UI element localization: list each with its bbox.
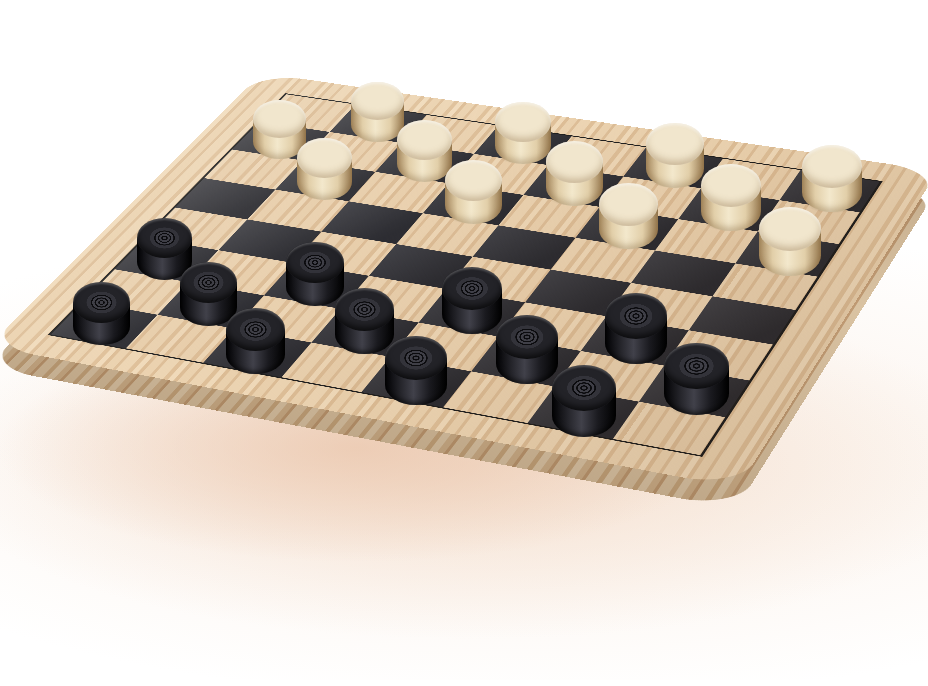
scene: ⛀⛀⛀⛀⛀⛀⛀⛀⛀⛀⛀⛀⛂⛂⛂⛂⛂⛂⛂⛂⛂⛂⛂⛂	[0, 0, 928, 686]
piece-light-r1c8[interactable]: ⛀	[802, 145, 862, 213]
piece-black-r7c8[interactable]: ⛂	[664, 343, 729, 416]
light-man-top-icon	[397, 120, 452, 160]
light-man-top-icon	[495, 102, 551, 142]
black-man-top-icon	[605, 293, 668, 338]
piece-light-r2c7[interactable]: ⛀	[701, 164, 761, 231]
black-man-top-icon	[552, 365, 616, 411]
black-man-top-icon	[180, 262, 237, 303]
black-man-top-icon	[385, 336, 447, 380]
black-man-top-icon	[73, 282, 129, 323]
light-man-top-icon	[297, 138, 352, 177]
piece-light-r3c8[interactable]: ⛀	[759, 207, 821, 276]
light-man-top-icon	[802, 145, 862, 188]
light-man-top-icon	[445, 160, 502, 201]
light-man-top-icon	[701, 164, 761, 207]
light-man-top-icon	[253, 100, 306, 138]
black-man-top-icon	[226, 308, 285, 350]
piece-black-r8c5[interactable]: ⛂	[385, 336, 447, 405]
piece-black-r7c6[interactable]: ⛂	[496, 315, 558, 385]
piece-light-r3c6[interactable]: ⛀	[599, 183, 658, 249]
light-man-top-icon	[759, 207, 821, 252]
black-man-top-icon	[137, 218, 192, 258]
piece-light-r1c4[interactable]: ⛀	[495, 102, 551, 164]
piece-black-r8c1[interactable]: ⛂	[73, 282, 129, 345]
piece-light-r3c2[interactable]: ⛀	[297, 138, 352, 199]
light-man-top-icon	[599, 183, 658, 226]
piece-light-r3c4[interactable]: ⛀	[445, 160, 502, 224]
light-man-top-icon	[546, 141, 603, 182]
piece-light-r2c3[interactable]: ⛀	[397, 120, 452, 182]
black-man-top-icon	[496, 315, 558, 360]
piece-black-r8c7[interactable]: ⛂	[552, 365, 616, 437]
black-man-top-icon	[664, 343, 729, 390]
black-man-top-icon	[335, 288, 395, 331]
light-man-top-icon	[646, 123, 704, 165]
piece-black-r8c3[interactable]: ⛂	[226, 308, 285, 374]
piece-light-r2c5[interactable]: ⛀	[546, 141, 603, 205]
piece-black-r6c5[interactable]: ⛂	[442, 267, 502, 334]
piece-black-r6c7[interactable]: ⛂	[605, 293, 668, 363]
piece-light-r1c6[interactable]: ⛀	[646, 123, 704, 188]
black-man-top-icon	[286, 242, 344, 284]
